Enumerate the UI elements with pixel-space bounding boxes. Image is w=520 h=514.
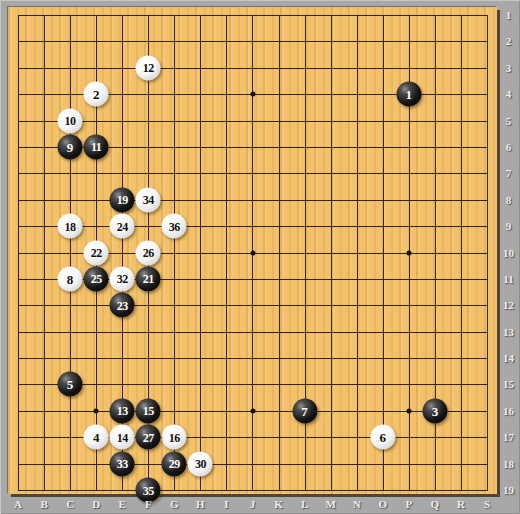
stone-white-move-36[interactable]: 36 xyxy=(162,214,187,239)
stone-black-move-21[interactable]: 21 xyxy=(136,266,161,291)
star-point xyxy=(406,250,411,255)
column-label-Q: Q xyxy=(431,494,440,514)
column-label-K: K xyxy=(274,494,283,514)
stone-white-move-12[interactable]: 12 xyxy=(136,55,161,80)
star-point xyxy=(250,92,255,97)
stone-black-move-27[interactable]: 27 xyxy=(136,425,161,450)
stone-white-move-32[interactable]: 32 xyxy=(110,266,135,291)
row-label-14: 14 xyxy=(497,352,520,364)
stone-black-move-9[interactable]: 9 xyxy=(58,134,83,159)
row-label-4: 4 xyxy=(497,88,520,100)
column-label-O: O xyxy=(378,494,387,514)
row-label-7: 7 xyxy=(497,167,520,179)
stone-white-move-24[interactable]: 24 xyxy=(110,214,135,239)
column-label-I: I xyxy=(224,494,228,514)
row-label-2: 2 xyxy=(497,35,520,47)
stone-white-move-34[interactable]: 34 xyxy=(136,187,161,212)
stone-black-move-15[interactable]: 15 xyxy=(136,398,161,423)
row-label-18: 18 xyxy=(497,458,520,470)
stone-black-move-23[interactable]: 23 xyxy=(110,293,135,318)
stone-layer: 1234567891011121314151618192122232425262… xyxy=(18,15,487,490)
column-label-F: F xyxy=(145,494,152,514)
column-label-A: A xyxy=(14,494,22,514)
column-label-R: R xyxy=(457,494,465,514)
row-label-13: 13 xyxy=(497,326,520,338)
column-label-G: G xyxy=(170,494,179,514)
stone-white-move-10[interactable]: 10 xyxy=(58,108,83,133)
row-label-16: 16 xyxy=(497,405,520,417)
row-label-17: 17 xyxy=(497,431,520,443)
row-label-15: 15 xyxy=(497,378,520,390)
row-label-5: 5 xyxy=(497,115,520,127)
row-label-3: 3 xyxy=(497,62,520,74)
stone-white-move-18[interactable]: 18 xyxy=(58,214,83,239)
stone-white-move-22[interactable]: 22 xyxy=(84,240,109,265)
stone-black-move-7[interactable]: 7 xyxy=(292,398,317,423)
stone-black-move-19[interactable]: 19 xyxy=(110,187,135,212)
column-label-P: P xyxy=(405,494,412,514)
stone-black-move-5[interactable]: 5 xyxy=(58,372,83,397)
star-point xyxy=(406,408,411,413)
stone-black-move-33[interactable]: 33 xyxy=(110,451,135,476)
row-label-8: 8 xyxy=(497,194,520,206)
stone-white-move-30[interactable]: 30 xyxy=(188,451,213,476)
star-point xyxy=(250,250,255,255)
stone-white-move-14[interactable]: 14 xyxy=(110,425,135,450)
stone-white-move-26[interactable]: 26 xyxy=(136,240,161,265)
column-label-M: M xyxy=(325,494,335,514)
stone-black-move-3[interactable]: 3 xyxy=(422,398,447,423)
column-label-J: J xyxy=(250,494,256,514)
stone-black-move-11[interactable]: 11 xyxy=(84,134,109,159)
row-label-6: 6 xyxy=(497,141,520,153)
star-point xyxy=(250,408,255,413)
row-label-19: 19 xyxy=(497,484,520,496)
column-label-H: H xyxy=(196,494,205,514)
stone-black-move-1[interactable]: 1 xyxy=(396,82,421,107)
column-label-E: E xyxy=(119,494,126,514)
column-label-N: N xyxy=(353,494,361,514)
row-label-12: 12 xyxy=(497,299,520,311)
star-point xyxy=(94,408,99,413)
row-label-10: 10 xyxy=(497,247,520,259)
stone-white-move-6[interactable]: 6 xyxy=(370,425,395,450)
row-label-9: 9 xyxy=(497,220,520,232)
stone-white-move-4[interactable]: 4 xyxy=(84,425,109,450)
column-label-S: S xyxy=(484,494,490,514)
row-label-11: 11 xyxy=(497,273,520,285)
stone-black-move-13[interactable]: 13 xyxy=(110,398,135,423)
stone-white-move-2[interactable]: 2 xyxy=(84,82,109,107)
stone-black-move-29[interactable]: 29 xyxy=(162,451,187,476)
go-board[interactable]: 1234567891011121314151618192122232425262… xyxy=(8,7,497,494)
column-label-B: B xyxy=(40,494,47,514)
stone-white-move-16[interactable]: 16 xyxy=(162,425,187,450)
stone-black-move-25[interactable]: 25 xyxy=(84,266,109,291)
row-label-1: 1 xyxy=(497,9,520,21)
column-label-C: C xyxy=(66,494,74,514)
column-label-L: L xyxy=(301,494,308,514)
go-diagram-window: 1234567891011121314151618192122232425262… xyxy=(0,0,520,514)
stone-white-move-8[interactable]: 8 xyxy=(58,266,83,291)
column-label-D: D xyxy=(92,494,100,514)
